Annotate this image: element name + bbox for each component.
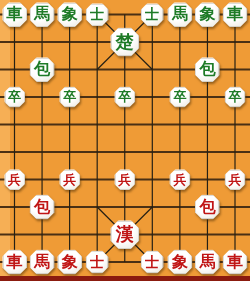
piece-cho-cannon[interactable]: 包 (195, 57, 220, 82)
piece-cho-horse[interactable]: 馬 (30, 2, 55, 27)
piece-cho-elephant[interactable]: 象 (195, 2, 220, 27)
piece-han-guard[interactable]: 士 (86, 251, 109, 274)
piece-han-cannon[interactable]: 包 (195, 195, 220, 220)
piece-han-general[interactable]: 漢 (110, 220, 139, 249)
piece-glyph: 包 (34, 198, 50, 214)
piece-glyph: 象 (62, 6, 78, 22)
board-bottom-edge (0, 276, 250, 281)
piece-han-soldier[interactable]: 兵 (4, 169, 25, 190)
piece-cho-soldier[interactable]: 卒 (114, 87, 135, 108)
piece-glyph: 兵 (8, 172, 21, 185)
piece-glyph: 車 (7, 6, 23, 22)
piece-cho-soldier[interactable]: 卒 (169, 87, 190, 108)
piece-cho-elephant[interactable]: 象 (57, 2, 82, 27)
piece-glyph: 包 (199, 198, 215, 214)
piece-cho-guard[interactable]: 士 (86, 3, 109, 26)
piece-glyph: 車 (227, 253, 243, 269)
piece-glyph: 士 (145, 7, 159, 21)
piece-cho-cannon[interactable]: 包 (30, 57, 55, 82)
piece-han-soldier[interactable]: 兵 (114, 169, 135, 190)
piece-glyph: 馬 (199, 253, 215, 269)
piece-glyph: 馬 (172, 6, 188, 22)
piece-glyph: 馬 (34, 6, 50, 22)
piece-han-chariot[interactable]: 車 (2, 250, 27, 275)
piece-glyph: 士 (90, 254, 104, 268)
piece-glyph: 卒 (63, 90, 76, 103)
piece-han-elephant[interactable]: 象 (167, 250, 192, 275)
piece-glyph: 兵 (229, 172, 242, 185)
piece-han-horse[interactable]: 馬 (30, 250, 55, 275)
piece-glyph: 士 (90, 7, 104, 21)
piece-glyph: 馬 (34, 253, 50, 269)
piece-glyph: 楚 (116, 32, 134, 50)
piece-glyph: 兵 (118, 172, 131, 185)
piece-cho-general[interactable]: 楚 (110, 28, 139, 57)
janggi-board: 車馬象士士馬象車楚包包卒卒卒卒卒兵兵兵兵兵包包漢車馬象士士象馬車 (0, 0, 250, 281)
piece-glyph: 卒 (229, 90, 242, 103)
piece-han-guard[interactable]: 士 (141, 251, 164, 274)
piece-cho-soldier[interactable]: 卒 (225, 87, 246, 108)
piece-glyph: 象 (62, 253, 78, 269)
piece-cho-soldier[interactable]: 卒 (59, 87, 80, 108)
piece-glyph: 卒 (8, 90, 21, 103)
piece-cho-guard[interactable]: 士 (141, 3, 164, 26)
piece-glyph: 車 (7, 253, 23, 269)
piece-cho-soldier[interactable]: 卒 (4, 87, 25, 108)
piece-glyph: 卒 (173, 90, 186, 103)
piece-han-soldier[interactable]: 兵 (59, 169, 80, 190)
piece-han-soldier[interactable]: 兵 (169, 169, 190, 190)
piece-han-elephant[interactable]: 象 (57, 250, 82, 275)
piece-cho-chariot[interactable]: 車 (2, 2, 27, 27)
piece-cho-chariot[interactable]: 車 (223, 2, 248, 27)
piece-han-horse[interactable]: 馬 (195, 250, 220, 275)
piece-han-chariot[interactable]: 車 (223, 250, 248, 275)
piece-glyph: 卒 (118, 90, 131, 103)
piece-glyph: 象 (172, 253, 188, 269)
piece-glyph: 兵 (173, 172, 186, 185)
piece-glyph: 兵 (63, 172, 76, 185)
piece-glyph: 車 (227, 6, 243, 22)
piece-han-cannon[interactable]: 包 (30, 195, 55, 220)
piece-glyph: 包 (199, 61, 215, 77)
piece-glyph: 漢 (116, 225, 134, 243)
piece-cho-horse[interactable]: 馬 (167, 2, 192, 27)
piece-glyph: 包 (34, 61, 50, 77)
piece-glyph: 象 (199, 6, 215, 22)
piece-glyph: 士 (145, 254, 159, 268)
piece-han-soldier[interactable]: 兵 (225, 169, 246, 190)
